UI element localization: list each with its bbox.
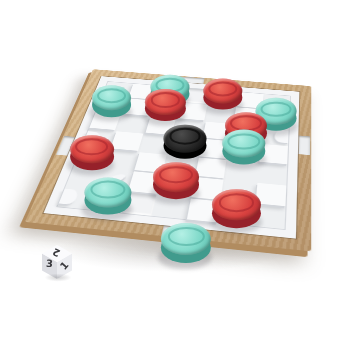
raised-tile [187, 198, 221, 222]
raised-tile [255, 183, 286, 206]
raised-tile [123, 99, 153, 116]
raised-tile [178, 103, 207, 120]
cell-r6c3[interactable] [152, 194, 189, 220]
die-shadow [40, 272, 76, 283]
cell-r4c3[interactable] [163, 154, 197, 176]
cell-r5c3[interactable] [158, 173, 194, 197]
cell-r5c6[interactable] [254, 182, 287, 207]
raised-tile [259, 144, 288, 164]
frame-notch-right [298, 135, 310, 155]
halfmoon-bump [274, 130, 288, 143]
raised-tile [199, 139, 229, 159]
raised-tile [236, 92, 263, 108]
cell-r6c5[interactable] [218, 200, 254, 226]
cell-r5c4[interactable] [190, 176, 225, 200]
leaf-bump [102, 172, 127, 185]
cell-r6c6[interactable] [252, 204, 287, 230]
raised-tile [111, 131, 143, 150]
tray-cell [182, 88, 210, 104]
raised-tile [202, 122, 231, 140]
raised-tile [134, 152, 167, 173]
raised-tile [145, 117, 175, 135]
raised-tile [191, 177, 224, 200]
product-photo-stage: 2 3 1 [0, 0, 340, 340]
cell-r5c5[interactable] [222, 179, 256, 203]
raised-tile [234, 108, 262, 125]
cell-r6c4[interactable] [185, 197, 221, 223]
die-left-value: 3 [46, 259, 54, 269]
halfmoon-bump [83, 131, 101, 144]
halfmoon-bump [59, 189, 79, 205]
raised-tile [128, 171, 162, 193]
raised-tile [195, 157, 226, 178]
raised-tile [129, 84, 158, 100]
game-board [25, 69, 311, 251]
tray-cell [121, 192, 156, 216]
